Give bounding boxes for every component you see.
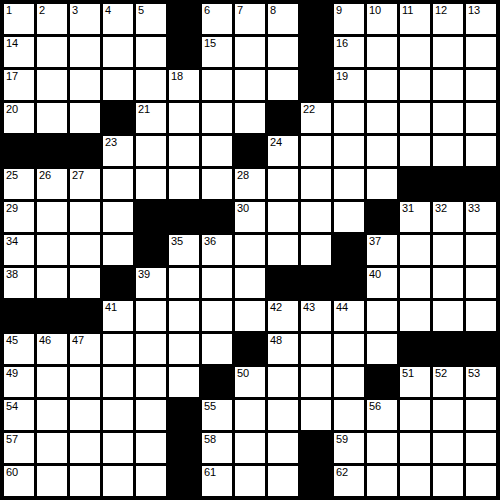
clue-number: 47 — [72, 334, 84, 347]
cell-r8c3[interactable] — [70, 235, 100, 265]
cell-r8c14[interactable] — [433, 235, 463, 265]
cell-r9c1[interactable]: 38 — [4, 268, 34, 298]
black-cell-r13c6 — [169, 400, 199, 430]
clue-number: 7 — [237, 4, 243, 17]
cell-r2c11[interactable]: 16 — [334, 37, 364, 67]
cell-r14c4[interactable] — [103, 433, 133, 463]
cell-r4c11[interactable] — [334, 103, 364, 133]
clue-number: 46 — [39, 334, 51, 347]
cell-r10c10[interactable]: 43 — [301, 301, 331, 331]
cell-r3c14[interactable] — [433, 70, 463, 100]
cell-r5c11[interactable] — [334, 136, 364, 166]
clue-number: 35 — [171, 235, 183, 248]
cell-r8c1[interactable]: 34 — [4, 235, 34, 265]
cell-r14c7[interactable]: 58 — [202, 433, 232, 463]
black-cell-r6c15 — [466, 169, 496, 199]
cell-r12c10[interactable] — [301, 367, 331, 397]
cell-r4c12[interactable] — [367, 103, 397, 133]
cell-r1c13[interactable]: 11 — [400, 4, 430, 34]
black-cell-r5c2 — [37, 136, 67, 166]
cell-r12c11[interactable] — [334, 367, 364, 397]
cell-r3c12[interactable] — [367, 70, 397, 100]
cell-r10c13[interactable] — [400, 301, 430, 331]
cell-r1c11[interactable]: 9 — [334, 4, 364, 34]
black-cell-r9c4 — [103, 268, 133, 298]
cell-r6c4[interactable] — [103, 169, 133, 199]
cell-r5c13[interactable] — [400, 136, 430, 166]
cell-r4c5[interactable]: 21 — [136, 103, 166, 133]
cell-r4c13[interactable] — [400, 103, 430, 133]
clue-number: 33 — [468, 202, 480, 215]
cell-r6c2[interactable]: 26 — [37, 169, 67, 199]
cell-r1c3[interactable]: 3 — [70, 4, 100, 34]
cell-r10c11[interactable]: 44 — [334, 301, 364, 331]
cell-r1c9[interactable]: 8 — [268, 4, 298, 34]
cell-r3c4[interactable] — [103, 70, 133, 100]
clue-number: 62 — [336, 466, 348, 479]
cell-r14c14[interactable] — [433, 433, 463, 463]
cell-r5c10[interactable] — [301, 136, 331, 166]
cell-r1c2[interactable]: 2 — [37, 4, 67, 34]
cell-r10c9[interactable]: 42 — [268, 301, 298, 331]
black-cell-r4c4 — [103, 103, 133, 133]
clue-number: 29 — [6, 202, 18, 215]
clue-number: 30 — [237, 202, 249, 215]
clue-number: 31 — [402, 202, 414, 215]
cell-r13c12[interactable]: 56 — [367, 400, 397, 430]
cell-r8c12[interactable]: 37 — [367, 235, 397, 265]
clue-number: 40 — [369, 268, 381, 281]
cell-r15c2[interactable] — [37, 466, 67, 496]
black-cell-r11c13 — [400, 334, 430, 364]
clue-number: 55 — [204, 400, 216, 413]
cell-r15c7[interactable]: 61 — [202, 466, 232, 496]
cell-r3c2[interactable] — [37, 70, 67, 100]
cell-r3c7[interactable] — [202, 70, 232, 100]
cell-r14c9[interactable] — [268, 433, 298, 463]
cell-r11c6[interactable] — [169, 334, 199, 364]
cell-r13c1[interactable]: 54 — [4, 400, 34, 430]
cell-r8c15[interactable] — [466, 235, 496, 265]
clue-number: 15 — [204, 37, 216, 50]
cell-r6c5[interactable] — [136, 169, 166, 199]
cell-r13c3[interactable] — [70, 400, 100, 430]
cell-r13c2[interactable] — [37, 400, 67, 430]
cell-r8c6[interactable]: 35 — [169, 235, 199, 265]
cell-r6c1[interactable]: 25 — [4, 169, 34, 199]
cell-r14c8[interactable] — [235, 433, 265, 463]
clue-number: 24 — [270, 136, 282, 149]
cell-r3c6[interactable]: 18 — [169, 70, 199, 100]
cell-r9c2[interactable] — [37, 268, 67, 298]
cell-r10c12[interactable] — [367, 301, 397, 331]
cell-r3c15[interactable] — [466, 70, 496, 100]
cell-r4c8[interactable] — [235, 103, 265, 133]
black-cell-r6c14 — [433, 169, 463, 199]
cell-r3c1[interactable]: 17 — [4, 70, 34, 100]
cell-r3c11[interactable]: 19 — [334, 70, 364, 100]
cell-r12c5[interactable] — [136, 367, 166, 397]
black-cell-r2c10 — [301, 37, 331, 67]
clue-number: 1 — [6, 4, 12, 17]
cell-r15c15[interactable] — [466, 466, 496, 496]
cell-r12c4[interactable] — [103, 367, 133, 397]
cell-r12c15[interactable]: 53 — [466, 367, 496, 397]
cell-r13c15[interactable] — [466, 400, 496, 430]
black-cell-r7c6 — [169, 202, 199, 232]
cell-r2c15[interactable] — [466, 37, 496, 67]
cell-r3c8[interactable] — [235, 70, 265, 100]
cell-r2c3[interactable] — [70, 37, 100, 67]
cell-r12c1[interactable]: 49 — [4, 367, 34, 397]
cell-r11c5[interactable] — [136, 334, 166, 364]
cell-r4c10[interactable]: 22 — [301, 103, 331, 133]
black-cell-r10c1 — [4, 301, 34, 331]
cell-r2c9[interactable] — [268, 37, 298, 67]
cell-r10c14[interactable] — [433, 301, 463, 331]
cell-r6c12[interactable] — [367, 169, 397, 199]
black-cell-r14c6 — [169, 433, 199, 463]
black-cell-r10c2 — [37, 301, 67, 331]
cell-r2c4[interactable] — [103, 37, 133, 67]
cell-r7c11[interactable] — [334, 202, 364, 232]
clue-number: 9 — [336, 4, 342, 17]
black-cell-r15c10 — [301, 466, 331, 496]
cell-r2c7[interactable]: 15 — [202, 37, 232, 67]
black-cell-r9c11 — [334, 268, 364, 298]
cell-r3c9[interactable] — [268, 70, 298, 100]
cell-r11c1[interactable]: 45 — [4, 334, 34, 364]
clue-number: 36 — [204, 235, 216, 248]
cell-r8c7[interactable]: 36 — [202, 235, 232, 265]
cell-r6c6[interactable] — [169, 169, 199, 199]
cell-r8c13[interactable] — [400, 235, 430, 265]
cell-r11c2[interactable]: 46 — [37, 334, 67, 364]
black-cell-r6c13 — [400, 169, 430, 199]
clue-number: 48 — [270, 334, 282, 347]
cell-r9c5[interactable]: 39 — [136, 268, 166, 298]
cell-r6c9[interactable] — [268, 169, 298, 199]
cell-r12c2[interactable] — [37, 367, 67, 397]
cell-r2c8[interactable] — [235, 37, 265, 67]
cell-r14c5[interactable] — [136, 433, 166, 463]
clue-number: 38 — [6, 268, 18, 281]
cell-r7c8[interactable]: 30 — [235, 202, 265, 232]
cell-r3c5[interactable] — [136, 70, 166, 100]
cell-r15c9[interactable] — [268, 466, 298, 496]
cell-r12c9[interactable] — [268, 367, 298, 397]
crossword-grid: 1234567891011121314151617181920212223242… — [0, 0, 500, 500]
clue-number: 61 — [204, 466, 216, 479]
cell-r4c2[interactable] — [37, 103, 67, 133]
black-cell-r9c9 — [268, 268, 298, 298]
clue-number: 2 — [39, 4, 45, 17]
cell-r8c2[interactable] — [37, 235, 67, 265]
clue-number: 28 — [237, 169, 249, 182]
cell-r2c12[interactable] — [367, 37, 397, 67]
clue-number: 53 — [468, 367, 480, 380]
cell-r15c4[interactable] — [103, 466, 133, 496]
black-cell-r5c1 — [4, 136, 34, 166]
black-cell-r11c14 — [433, 334, 463, 364]
cell-r1c5[interactable]: 5 — [136, 4, 166, 34]
cell-r1c8[interactable]: 7 — [235, 4, 265, 34]
cell-r9c8[interactable] — [235, 268, 265, 298]
cell-r6c3[interactable]: 27 — [70, 169, 100, 199]
clue-number: 13 — [468, 4, 480, 17]
clue-number: 3 — [72, 4, 78, 17]
cell-r15c14[interactable] — [433, 466, 463, 496]
cell-r10c15[interactable] — [466, 301, 496, 331]
black-cell-r5c8 — [235, 136, 265, 166]
cell-r11c9[interactable]: 48 — [268, 334, 298, 364]
cell-r1c7[interactable]: 6 — [202, 4, 232, 34]
cell-r6c7[interactable] — [202, 169, 232, 199]
black-cell-r8c11 — [334, 235, 364, 265]
clue-number: 58 — [204, 433, 216, 446]
cell-r5c12[interactable] — [367, 136, 397, 166]
cell-r15c12[interactable] — [367, 466, 397, 496]
clue-number: 8 — [270, 4, 276, 17]
cell-r2c13[interactable] — [400, 37, 430, 67]
clue-number: 56 — [369, 400, 381, 413]
black-cell-r12c7 — [202, 367, 232, 397]
cell-r13c9[interactable] — [268, 400, 298, 430]
clue-number: 12 — [435, 4, 447, 17]
cell-r12c8[interactable]: 50 — [235, 367, 265, 397]
cell-r1c14[interactable]: 12 — [433, 4, 463, 34]
clue-number: 17 — [6, 70, 18, 83]
black-cell-r3c10 — [301, 70, 331, 100]
cell-r2c2[interactable] — [37, 37, 67, 67]
black-cell-r1c10 — [301, 4, 331, 34]
clue-number: 39 — [138, 268, 150, 281]
cell-r15c11[interactable]: 62 — [334, 466, 364, 496]
cell-r5c7[interactable] — [202, 136, 232, 166]
cell-r13c13[interactable] — [400, 400, 430, 430]
cell-r9c7[interactable] — [202, 268, 232, 298]
cell-r8c10[interactable] — [301, 235, 331, 265]
clue-number: 26 — [39, 169, 51, 182]
cell-r11c4[interactable] — [103, 334, 133, 364]
clue-number: 10 — [369, 4, 381, 17]
cell-r13c5[interactable] — [136, 400, 166, 430]
cell-r5c5[interactable] — [136, 136, 166, 166]
cell-r11c10[interactable] — [301, 334, 331, 364]
cell-r9c14[interactable] — [433, 268, 463, 298]
cell-r8c8[interactable] — [235, 235, 265, 265]
black-cell-r7c5 — [136, 202, 166, 232]
cell-r10c4[interactable]: 41 — [103, 301, 133, 331]
black-cell-r15c6 — [169, 466, 199, 496]
clue-number: 4 — [105, 4, 111, 17]
cell-r14c3[interactable] — [70, 433, 100, 463]
black-cell-r9c10 — [301, 268, 331, 298]
cell-r5c9[interactable]: 24 — [268, 136, 298, 166]
cell-r9c15[interactable] — [466, 268, 496, 298]
cell-r10c5[interactable] — [136, 301, 166, 331]
black-cell-r7c12 — [367, 202, 397, 232]
cell-r13c4[interactable] — [103, 400, 133, 430]
black-cell-r11c15 — [466, 334, 496, 364]
cell-r14c15[interactable] — [466, 433, 496, 463]
cell-r12c14[interactable]: 52 — [433, 367, 463, 397]
cell-r4c14[interactable] — [433, 103, 463, 133]
cell-r5c6[interactable] — [169, 136, 199, 166]
cell-r5c4[interactable]: 23 — [103, 136, 133, 166]
cell-r12c6[interactable] — [169, 367, 199, 397]
cell-r13c8[interactable] — [235, 400, 265, 430]
black-cell-r5c3 — [70, 136, 100, 166]
black-cell-r7c7 — [202, 202, 232, 232]
cell-r15c3[interactable] — [70, 466, 100, 496]
clue-number: 21 — [138, 103, 150, 116]
clue-number: 25 — [6, 169, 18, 182]
cell-r13c11[interactable] — [334, 400, 364, 430]
clue-number: 45 — [6, 334, 18, 347]
cell-r7c13[interactable]: 31 — [400, 202, 430, 232]
cell-r7c3[interactable] — [70, 202, 100, 232]
clue-number: 16 — [336, 37, 348, 50]
cell-r13c7[interactable]: 55 — [202, 400, 232, 430]
cell-r15c8[interactable] — [235, 466, 265, 496]
cell-r7c2[interactable] — [37, 202, 67, 232]
clue-number: 34 — [6, 235, 18, 248]
cell-r11c3[interactable]: 47 — [70, 334, 100, 364]
cell-r9c12[interactable]: 40 — [367, 268, 397, 298]
clue-number: 20 — [6, 103, 18, 116]
clue-number: 54 — [6, 400, 18, 413]
clue-number: 43 — [303, 301, 315, 314]
black-cell-r11c8 — [235, 334, 265, 364]
cell-r14c12[interactable] — [367, 433, 397, 463]
cell-r15c1[interactable]: 60 — [4, 466, 34, 496]
cell-r11c11[interactable] — [334, 334, 364, 364]
cell-r15c5[interactable] — [136, 466, 166, 496]
cell-r10c7[interactable] — [202, 301, 232, 331]
clue-number: 14 — [6, 37, 18, 50]
clue-number: 52 — [435, 367, 447, 380]
clue-number: 41 — [105, 301, 117, 314]
clue-number: 57 — [6, 433, 18, 446]
clue-number: 5 — [138, 4, 144, 17]
clue-number: 11 — [402, 4, 413, 17]
black-cell-r12c12 — [367, 367, 397, 397]
cell-r14c1[interactable]: 57 — [4, 433, 34, 463]
cell-r7c15[interactable]: 33 — [466, 202, 496, 232]
cell-r6c8[interactable]: 28 — [235, 169, 265, 199]
cell-r12c13[interactable]: 51 — [400, 367, 430, 397]
black-cell-r8c5 — [136, 235, 166, 265]
cell-r2c5[interactable] — [136, 37, 166, 67]
cell-r10c6[interactable] — [169, 301, 199, 331]
clue-number: 37 — [369, 235, 381, 248]
clue-number: 18 — [171, 70, 183, 83]
cell-r9c3[interactable] — [70, 268, 100, 298]
cell-r5c15[interactable] — [466, 136, 496, 166]
cell-r1c12[interactable]: 10 — [367, 4, 397, 34]
clue-number: 51 — [402, 367, 414, 380]
cell-r1c15[interactable]: 13 — [466, 4, 496, 34]
cell-r13c10[interactable] — [301, 400, 331, 430]
cell-r7c1[interactable]: 29 — [4, 202, 34, 232]
clue-number: 23 — [105, 136, 117, 149]
cell-r14c13[interactable] — [400, 433, 430, 463]
cell-r7c4[interactable] — [103, 202, 133, 232]
clue-number: 44 — [336, 301, 348, 314]
cell-r4c7[interactable] — [202, 103, 232, 133]
clue-number: 6 — [204, 4, 210, 17]
cell-r3c13[interactable] — [400, 70, 430, 100]
cell-r11c12[interactable] — [367, 334, 397, 364]
cell-r4c1[interactable]: 20 — [4, 103, 34, 133]
cell-r8c9[interactable] — [268, 235, 298, 265]
cell-r2c1[interactable]: 14 — [4, 37, 34, 67]
cell-r1c1[interactable]: 1 — [4, 4, 34, 34]
clue-number: 42 — [270, 301, 282, 314]
cell-r9c13[interactable] — [400, 268, 430, 298]
clue-number: 59 — [336, 433, 348, 446]
cell-r9c6[interactable] — [169, 268, 199, 298]
clue-number: 49 — [6, 367, 18, 380]
clue-number: 19 — [336, 70, 348, 83]
clue-number: 22 — [303, 103, 315, 116]
cell-r13c14[interactable] — [433, 400, 463, 430]
cell-r4c6[interactable] — [169, 103, 199, 133]
clue-number: 50 — [237, 367, 249, 380]
cell-r7c9[interactable] — [268, 202, 298, 232]
clue-number: 32 — [435, 202, 447, 215]
cell-r14c2[interactable] — [37, 433, 67, 463]
black-cell-r2c6 — [169, 37, 199, 67]
cell-r3c3[interactable] — [70, 70, 100, 100]
black-cell-r10c3 — [70, 301, 100, 331]
cell-r6c10[interactable] — [301, 169, 331, 199]
cell-r10c8[interactable] — [235, 301, 265, 331]
black-cell-r4c9 — [268, 103, 298, 133]
black-cell-r14c10 — [301, 433, 331, 463]
cell-r7c10[interactable] — [301, 202, 331, 232]
cell-r14c11[interactable]: 59 — [334, 433, 364, 463]
clue-number: 27 — [72, 169, 84, 182]
cell-r15c13[interactable] — [400, 466, 430, 496]
cell-r11c7[interactable] — [202, 334, 232, 364]
cell-r2c14[interactable] — [433, 37, 463, 67]
cell-r4c3[interactable] — [70, 103, 100, 133]
cell-r5c14[interactable] — [433, 136, 463, 166]
cell-r7c14[interactable]: 32 — [433, 202, 463, 232]
cell-r4c15[interactable] — [466, 103, 496, 133]
cell-r1c4[interactable]: 4 — [103, 4, 133, 34]
clue-number: 60 — [6, 466, 18, 479]
cell-r12c3[interactable] — [70, 367, 100, 397]
cell-r6c11[interactable] — [334, 169, 364, 199]
cell-r8c4[interactable] — [103, 235, 133, 265]
black-cell-r1c6 — [169, 4, 199, 34]
